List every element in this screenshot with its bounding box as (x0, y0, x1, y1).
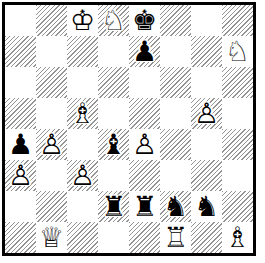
white-pawn-glyph: ♙ (5, 160, 36, 191)
square-a1[interactable] (5, 222, 36, 253)
square-e3[interactable] (129, 160, 160, 191)
black-bishop[interactable]: ♝♝ (98, 129, 129, 160)
white-pawn[interactable]: ♟♙ (67, 160, 98, 191)
square-f8[interactable] (160, 5, 191, 36)
black-knight[interactable]: ♞♞ (191, 191, 222, 222)
square-e4[interactable]: ♟♙ (129, 129, 160, 160)
square-b1[interactable]: ♛♕ (36, 222, 67, 253)
board-frame: ♚♔♞♘♚♚♟♟♞♘♝♗♟♙♟♟♟♙♝♝♟♙♟♙♟♙♜♜♜♜♞♞♞♞♛♕♜♖♝♗ (2, 2, 256, 256)
white-pawn[interactable]: ♟♙ (36, 129, 67, 160)
square-b3[interactable] (36, 160, 67, 191)
square-e2[interactable]: ♜♜ (129, 191, 160, 222)
square-h4[interactable] (222, 129, 253, 160)
black-rook-glyph: ♜ (98, 191, 129, 222)
square-e5[interactable] (129, 98, 160, 129)
square-h8[interactable] (222, 5, 253, 36)
chess-board[interactable]: ♚♔♞♘♚♚♟♟♞♘♝♗♟♙♟♟♟♙♝♝♟♙♟♙♟♙♜♜♜♜♞♞♞♞♛♕♜♖♝♗ (5, 5, 253, 253)
chess-diagram-page: ♚♔♞♘♚♚♟♟♞♘♝♗♟♙♟♟♟♙♝♝♟♙♟♙♟♙♜♜♜♜♞♞♞♞♛♕♜♖♝♗ (0, 0, 265, 263)
square-e6[interactable] (129, 67, 160, 98)
white-pawn[interactable]: ♟♙ (5, 160, 36, 191)
square-h2[interactable] (222, 191, 253, 222)
white-queen-glyph: ♕ (36, 222, 67, 253)
square-f2[interactable]: ♞♞ (160, 191, 191, 222)
square-e7[interactable]: ♟♟ (129, 36, 160, 67)
white-pawn-glyph: ♙ (191, 98, 222, 129)
white-queen[interactable]: ♛♕ (36, 222, 67, 253)
square-a4[interactable]: ♟♟ (5, 129, 36, 160)
square-a7[interactable] (5, 36, 36, 67)
square-c5[interactable]: ♝♗ (67, 98, 98, 129)
square-d5[interactable] (98, 98, 129, 129)
square-f1[interactable]: ♜♖ (160, 222, 191, 253)
square-g4[interactable] (191, 129, 222, 160)
black-knight-glyph: ♞ (160, 191, 191, 222)
square-c3[interactable]: ♟♙ (67, 160, 98, 191)
square-f6[interactable] (160, 67, 191, 98)
square-c6[interactable] (67, 67, 98, 98)
white-bishop[interactable]: ♝♗ (222, 222, 253, 253)
black-knight[interactable]: ♞♞ (160, 191, 191, 222)
square-d8[interactable]: ♞♘ (98, 5, 129, 36)
square-h3[interactable] (222, 160, 253, 191)
white-rook-glyph: ♖ (160, 222, 191, 253)
black-pawn[interactable]: ♟♟ (5, 129, 36, 160)
square-g2[interactable]: ♞♞ (191, 191, 222, 222)
black-king-glyph: ♚ (129, 5, 160, 36)
square-a8[interactable] (5, 5, 36, 36)
square-a3[interactable]: ♟♙ (5, 160, 36, 191)
white-knight-glyph: ♘ (222, 36, 253, 67)
black-bishop-glyph: ♝ (98, 129, 129, 160)
square-a5[interactable] (5, 98, 36, 129)
black-rook-glyph: ♜ (129, 191, 160, 222)
square-b7[interactable] (36, 36, 67, 67)
square-d6[interactable] (98, 67, 129, 98)
white-knight-glyph: ♘ (98, 5, 129, 36)
white-king-glyph: ♔ (67, 5, 98, 36)
square-c4[interactable] (67, 129, 98, 160)
square-c8[interactable]: ♚♔ (67, 5, 98, 36)
square-f5[interactable] (160, 98, 191, 129)
square-h7[interactable]: ♞♘ (222, 36, 253, 67)
white-rook[interactable]: ♜♖ (160, 222, 191, 253)
square-d1[interactable] (98, 222, 129, 253)
white-knight[interactable]: ♞♘ (98, 5, 129, 36)
white-bishop[interactable]: ♝♗ (67, 98, 98, 129)
white-pawn-glyph: ♙ (67, 160, 98, 191)
square-h6[interactable] (222, 67, 253, 98)
white-bishop-glyph: ♗ (222, 222, 253, 253)
square-h1[interactable]: ♝♗ (222, 222, 253, 253)
square-a2[interactable] (5, 191, 36, 222)
square-g8[interactable] (191, 5, 222, 36)
square-c1[interactable] (67, 222, 98, 253)
square-g5[interactable]: ♟♙ (191, 98, 222, 129)
black-rook[interactable]: ♜♜ (98, 191, 129, 222)
square-f7[interactable] (160, 36, 191, 67)
square-g6[interactable] (191, 67, 222, 98)
square-d3[interactable] (98, 160, 129, 191)
square-b6[interactable] (36, 67, 67, 98)
white-pawn[interactable]: ♟♙ (129, 129, 160, 160)
square-f4[interactable] (160, 129, 191, 160)
square-f3[interactable] (160, 160, 191, 191)
square-d4[interactable]: ♝♝ (98, 129, 129, 160)
square-h5[interactable] (222, 98, 253, 129)
white-bishop-glyph: ♗ (67, 98, 98, 129)
white-pawn-glyph: ♙ (129, 129, 160, 160)
black-rook[interactable]: ♜♜ (129, 191, 160, 222)
square-b8[interactable] (36, 5, 67, 36)
black-pawn-glyph: ♟ (5, 129, 36, 160)
white-knight[interactable]: ♞♘ (222, 36, 253, 67)
square-g7[interactable] (191, 36, 222, 67)
square-e1[interactable] (129, 222, 160, 253)
square-b2[interactable] (36, 191, 67, 222)
square-a6[interactable] (5, 67, 36, 98)
square-d2[interactable]: ♜♜ (98, 191, 129, 222)
square-e8[interactable]: ♚♚ (129, 5, 160, 36)
square-g1[interactable] (191, 222, 222, 253)
square-b4[interactable]: ♟♙ (36, 129, 67, 160)
square-c2[interactable] (67, 191, 98, 222)
black-king[interactable]: ♚♚ (129, 5, 160, 36)
black-knight-glyph: ♞ (191, 191, 222, 222)
square-g3[interactable] (191, 160, 222, 191)
white-king[interactable]: ♚♔ (67, 5, 98, 36)
black-pawn[interactable]: ♟♟ (129, 36, 160, 67)
square-c7[interactable] (67, 36, 98, 67)
black-pawn-glyph: ♟ (129, 36, 160, 67)
square-d7[interactable] (98, 36, 129, 67)
white-pawn[interactable]: ♟♙ (191, 98, 222, 129)
square-b5[interactable] (36, 98, 67, 129)
white-pawn-glyph: ♙ (36, 129, 67, 160)
